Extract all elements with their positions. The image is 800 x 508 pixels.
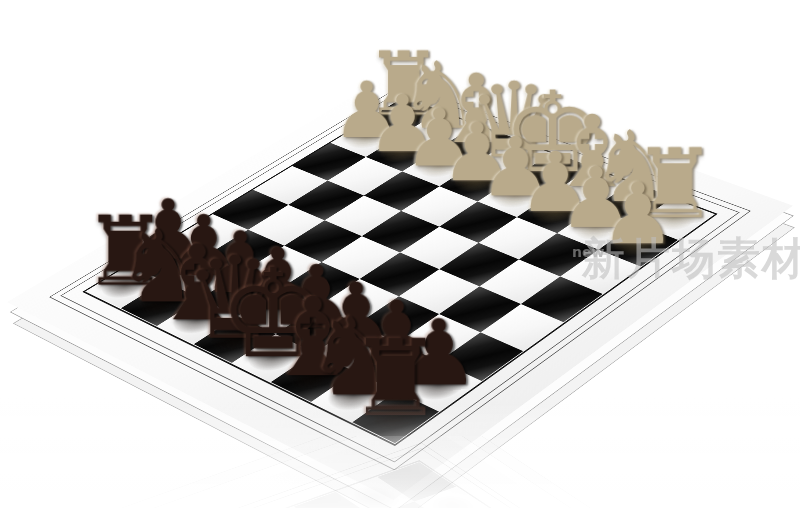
watermark-text: 新片场素材	[582, 230, 800, 288]
chess-scene: ♜♞♝♛♚♝♞♜♟♟♟♟♟♟♟♟♟♟♟♟♟♟♟♟♜♞♝♛♚♝♞♜ ♜♞♝♛♚♝♞…	[0, 0, 800, 508]
